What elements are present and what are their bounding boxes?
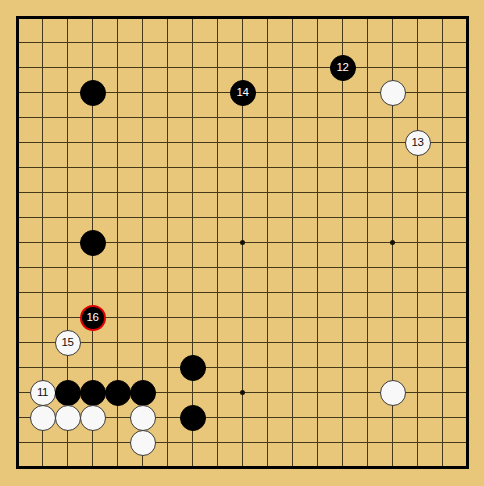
stone-black-D16 — [80, 80, 106, 106]
stone-white-F3 — [130, 405, 156, 431]
stone-black-K16: 14 — [230, 80, 256, 106]
stone-white-B4: 11 — [30, 380, 56, 406]
stone-black-F4 — [130, 380, 156, 406]
move-number-label: 16 — [87, 312, 99, 324]
stone-black-D10 — [80, 230, 106, 256]
stone-white-C3 — [55, 405, 81, 431]
go-board[interactable]: 141213161511 — [5, 5, 480, 480]
star-point — [390, 240, 395, 245]
stone-white-R14: 13 — [405, 130, 431, 156]
stone-white-F2 — [130, 430, 156, 456]
stone-black-O17: 12 — [330, 55, 356, 81]
stone-black-H5 — [180, 355, 206, 381]
star-point — [240, 240, 245, 245]
go-diagram-page: { "game": "Go (19x19 board diagram)", "b… — [0, 0, 484, 486]
stone-black-D7-last-move: 16 — [80, 305, 106, 331]
stone-white-Q16 — [380, 80, 406, 106]
stone-white-B3 — [30, 405, 56, 431]
star-point — [240, 390, 245, 395]
move-number-label: 14 — [237, 87, 249, 99]
move-number-label: 12 — [337, 62, 349, 74]
move-number-label: 15 — [62, 337, 74, 349]
stone-black-H3 — [180, 405, 206, 431]
stone-white-Q4 — [380, 380, 406, 406]
stone-black-C4 — [55, 380, 81, 406]
stone-white-D3 — [80, 405, 106, 431]
move-number-label: 13 — [412, 137, 424, 149]
stone-black-D4 — [80, 380, 106, 406]
stone-white-C6: 15 — [55, 330, 81, 356]
stone-black-E4 — [105, 380, 131, 406]
move-number-label: 11 — [37, 387, 48, 399]
